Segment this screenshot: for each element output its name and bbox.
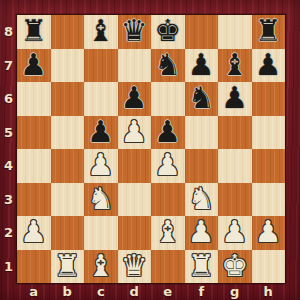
square-d3[interactable] — [118, 183, 152, 217]
file-label-e: e — [151, 283, 185, 300]
square-a7[interactable]: ♟ — [17, 49, 51, 83]
piece-white-pawn-g2[interactable]: ♟ — [221, 216, 248, 248]
rank-label-1: 1 — [0, 250, 17, 284]
square-b4[interactable] — [51, 149, 85, 183]
piece-black-pawn-e5[interactable]: ♟ — [154, 116, 181, 148]
file-label-b: b — [51, 283, 85, 300]
rank-label-3: 3 — [0, 183, 17, 217]
piece-black-pawn-d6[interactable]: ♟ — [121, 82, 148, 114]
piece-black-rook-a8[interactable]: ♜ — [20, 15, 47, 47]
square-h8[interactable]: ♜ — [252, 15, 286, 49]
square-g1[interactable]: ♚ — [218, 250, 252, 284]
piece-white-pawn-a2[interactable]: ♟ — [20, 216, 47, 248]
piece-black-pawn-a7[interactable]: ♟ — [20, 49, 47, 81]
square-g2[interactable]: ♟ — [218, 216, 252, 250]
piece-white-knight-c3[interactable]: ♞ — [87, 183, 114, 215]
square-b7[interactable] — [51, 49, 85, 83]
square-d8[interactable]: ♛ — [118, 15, 152, 49]
file-label-c: c — [84, 283, 118, 300]
square-f6[interactable]: ♞ — [185, 82, 219, 116]
piece-black-king-e8[interactable]: ♚ — [154, 15, 181, 47]
square-b1[interactable]: ♜ — [51, 250, 85, 284]
piece-black-knight-e7[interactable]: ♞ — [154, 49, 181, 81]
square-d5[interactable]: ♟ — [118, 116, 152, 150]
square-g6[interactable]: ♟ — [218, 82, 252, 116]
square-g5[interactable] — [218, 116, 252, 150]
rank-label-2: 2 — [0, 216, 17, 250]
square-g7[interactable]: ♝ — [218, 49, 252, 83]
rank-label-7: 7 — [0, 49, 17, 83]
square-a3[interactable] — [17, 183, 51, 217]
square-a8[interactable]: ♜ — [17, 15, 51, 49]
square-b6[interactable] — [51, 82, 85, 116]
file-label-h: h — [252, 283, 286, 300]
square-h6[interactable] — [252, 82, 286, 116]
square-f2[interactable]: ♟ — [185, 216, 219, 250]
rank-label-5: 5 — [0, 116, 17, 150]
square-d6[interactable]: ♟ — [118, 82, 152, 116]
piece-white-rook-b1[interactable]: ♜ — [54, 250, 81, 282]
piece-white-bishop-c1[interactable]: ♝ — [87, 250, 114, 282]
piece-white-rook-f1[interactable]: ♜ — [188, 250, 215, 282]
square-e2[interactable]: ♝ — [151, 216, 185, 250]
square-h3[interactable] — [252, 183, 286, 217]
square-c7[interactable] — [84, 49, 118, 83]
square-d4[interactable] — [118, 149, 152, 183]
piece-black-pawn-f7[interactable]: ♟ — [188, 49, 215, 81]
square-f1[interactable]: ♜ — [185, 250, 219, 284]
square-c1[interactable]: ♝ — [84, 250, 118, 284]
rank-label-4: 4 — [0, 149, 17, 183]
square-a1[interactable] — [17, 250, 51, 284]
file-label-d: d — [118, 283, 152, 300]
piece-white-queen-d1[interactable]: ♛ — [121, 250, 148, 282]
piece-black-rook-h8[interactable]: ♜ — [255, 15, 282, 47]
square-e3[interactable] — [151, 183, 185, 217]
piece-white-pawn-c4[interactable]: ♟ — [87, 149, 114, 181]
square-c6[interactable] — [84, 82, 118, 116]
square-f3[interactable]: ♞ — [185, 183, 219, 217]
square-h7[interactable]: ♟ — [252, 49, 286, 83]
square-h1[interactable] — [252, 250, 286, 284]
square-e5[interactable]: ♟ — [151, 116, 185, 150]
file-label-a: a — [17, 283, 51, 300]
piece-white-knight-f3[interactable]: ♞ — [188, 183, 215, 215]
square-h5[interactable] — [252, 116, 286, 150]
square-e7[interactable]: ♞ — [151, 49, 185, 83]
square-f5[interactable] — [185, 116, 219, 150]
chess-board-diagram: 87654321 abcdefgh ♜♝♛♚♜♟♞♟♝♟♟♞♟♟♟♟♟♟♞♞♟♝… — [0, 0, 300, 300]
square-e1[interactable] — [151, 250, 185, 284]
square-g8[interactable] — [218, 15, 252, 49]
square-c5[interactable]: ♟ — [84, 116, 118, 150]
file-labels: abcdefgh — [17, 283, 285, 300]
square-h2[interactable]: ♟ — [252, 216, 286, 250]
piece-black-knight-f6[interactable]: ♞ — [188, 82, 215, 114]
piece-black-pawn-h7[interactable]: ♟ — [255, 49, 282, 81]
piece-white-pawn-f2[interactable]: ♟ — [188, 216, 215, 248]
piece-white-pawn-d5[interactable]: ♟ — [121, 116, 148, 148]
square-d2[interactable] — [118, 216, 152, 250]
rank-labels: 87654321 — [0, 15, 17, 283]
square-a4[interactable] — [17, 149, 51, 183]
piece-white-king-g1[interactable]: ♚ — [221, 250, 248, 282]
piece-black-bishop-g7[interactable]: ♝ — [221, 49, 248, 81]
square-f7[interactable]: ♟ — [185, 49, 219, 83]
file-label-f: f — [185, 283, 219, 300]
square-b3[interactable] — [51, 183, 85, 217]
square-b5[interactable] — [51, 116, 85, 150]
piece-black-pawn-c5[interactable]: ♟ — [87, 116, 114, 148]
square-c8[interactable]: ♝ — [84, 15, 118, 49]
square-f4[interactable] — [185, 149, 219, 183]
rank-label-8: 8 — [0, 15, 17, 49]
square-g3[interactable] — [218, 183, 252, 217]
piece-white-pawn-e4[interactable]: ♟ — [154, 149, 181, 181]
square-g4[interactable] — [218, 149, 252, 183]
square-a5[interactable] — [17, 116, 51, 150]
square-a2[interactable]: ♟ — [17, 216, 51, 250]
rank-label-6: 6 — [0, 82, 17, 116]
square-b2[interactable] — [51, 216, 85, 250]
square-e6[interactable] — [151, 82, 185, 116]
chess-board: ♜♝♛♚♜♟♞♟♝♟♟♞♟♟♟♟♟♟♞♞♟♝♟♟♟♜♝♛♜♚ — [17, 15, 285, 283]
square-b8[interactable] — [51, 15, 85, 49]
piece-black-bishop-c8[interactable]: ♝ — [87, 15, 114, 47]
square-d7[interactable] — [118, 49, 152, 83]
square-h4[interactable] — [252, 149, 286, 183]
square-c4[interactable]: ♟ — [84, 149, 118, 183]
file-label-g: g — [218, 283, 252, 300]
square-a6[interactable] — [17, 82, 51, 116]
square-c2[interactable] — [84, 216, 118, 250]
piece-white-bishop-e2[interactable]: ♝ — [154, 216, 181, 248]
square-e4[interactable]: ♟ — [151, 149, 185, 183]
square-d1[interactable]: ♛ — [118, 250, 152, 284]
square-e8[interactable]: ♚ — [151, 15, 185, 49]
piece-black-pawn-g6[interactable]: ♟ — [221, 82, 248, 114]
piece-white-pawn-h2[interactable]: ♟ — [255, 216, 282, 248]
square-f8[interactable] — [185, 15, 219, 49]
piece-black-queen-d8[interactable]: ♛ — [121, 15, 148, 47]
square-c3[interactable]: ♞ — [84, 183, 118, 217]
